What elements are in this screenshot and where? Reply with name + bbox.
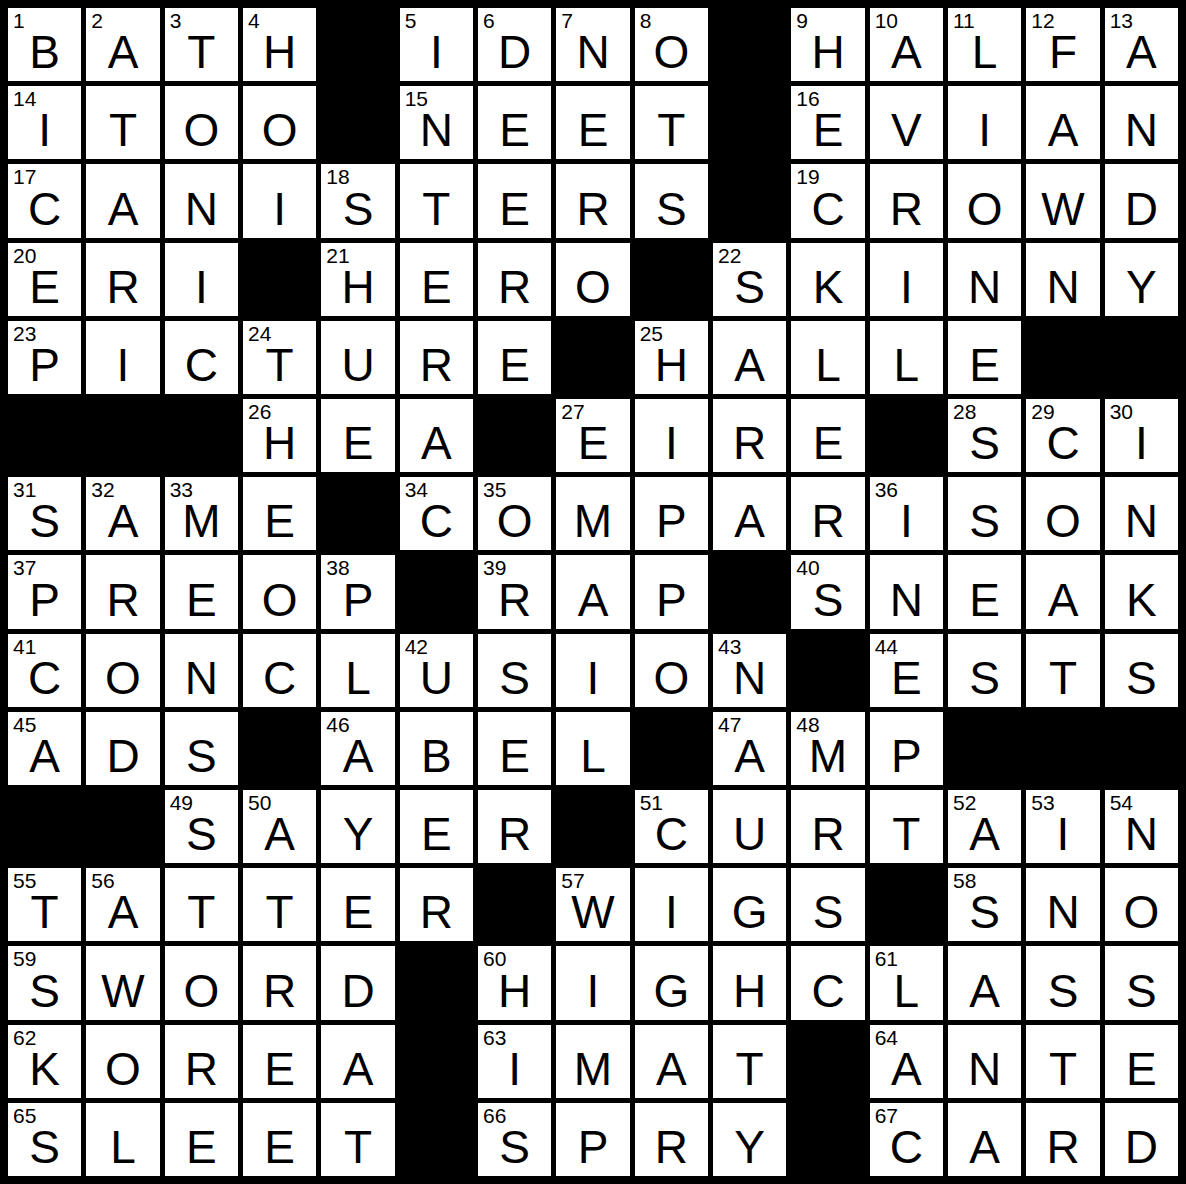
cell-r13c3[interactable]: O (165, 946, 238, 1019)
cell-r1c15[interactable]: 13A (1105, 8, 1178, 81)
cell-r15c5[interactable]: T (321, 1103, 394, 1176)
cell-r8c3[interactable]: E (165, 555, 238, 628)
cell-r4c2[interactable]: R (86, 243, 159, 316)
cell-r3c9[interactable]: S (635, 164, 708, 237)
cell-r11c14[interactable]: 53I (1026, 790, 1099, 863)
cell-r12c9[interactable]: I (635, 868, 708, 941)
black-cell-r10c14 (1026, 712, 1099, 785)
cell-r14c4[interactable]: E (243, 1025, 316, 1098)
cell-r12c4[interactable]: T (243, 868, 316, 941)
cell-r10c10[interactable]: 47A (713, 712, 786, 785)
cell-r12c6[interactable]: R (400, 868, 473, 941)
cell-r14c7[interactable]: 63I (478, 1025, 551, 1098)
cell-r9c10[interactable]: 43N (713, 634, 786, 707)
cell-letter: N (400, 107, 473, 153)
cell-letter: D (478, 29, 551, 75)
cell-letter: I (948, 107, 1021, 153)
cell-letter: F (1026, 29, 1099, 75)
cell-letter: S (948, 889, 1021, 935)
cell-letter: C (635, 811, 708, 857)
cell-r12c3[interactable]: T (165, 868, 238, 941)
cell-r10c5[interactable]: 46A (321, 712, 394, 785)
cell-r8c4[interactable]: O (243, 555, 316, 628)
cell-letter: L (870, 968, 943, 1014)
cell-r3c4[interactable]: I (243, 164, 316, 237)
cell-letter: O (165, 968, 238, 1014)
cell-r8c12[interactable]: N (870, 555, 943, 628)
cell-r6c4[interactable]: 26H (243, 399, 316, 472)
cell-r9c13[interactable]: S (948, 634, 1021, 707)
cell-r7c6[interactable]: 34C (400, 477, 473, 550)
black-cell-r6c3 (165, 399, 238, 472)
cell-r8c2[interactable]: R (86, 555, 159, 628)
cell-letter: I (556, 968, 629, 1014)
cell-letter: H (478, 968, 551, 1014)
cell-letter: E (478, 342, 551, 388)
cell-r14c9[interactable]: A (635, 1025, 708, 1098)
cell-letter: N (1105, 107, 1178, 153)
cell-letter: A (321, 733, 394, 779)
cell-r14c15[interactable]: E (1105, 1025, 1178, 1098)
cell-r7c13[interactable]: S (948, 477, 1021, 550)
cell-letter: L (321, 655, 394, 701)
cell-letter: L (86, 1124, 159, 1170)
cell-r14c5[interactable]: A (321, 1025, 394, 1098)
cell-r15c7[interactable]: 66S (478, 1103, 551, 1176)
cell-r13c9[interactable]: G (635, 946, 708, 1019)
cell-r12c2[interactable]: 56A (86, 868, 159, 941)
cell-r6c6[interactable]: A (400, 399, 473, 472)
cell-r3c8[interactable]: R (556, 164, 629, 237)
cell-letter: T (870, 811, 943, 857)
cell-r8c7[interactable]: 39R (478, 555, 551, 628)
cell-letter: A (1105, 29, 1178, 75)
black-cell-r12c12 (870, 868, 943, 941)
cell-r9c2[interactable]: O (86, 634, 159, 707)
cell-r14c14[interactable]: T (1026, 1025, 1099, 1098)
cell-r8c1[interactable]: 37P (8, 555, 81, 628)
cell-letter: I (635, 889, 708, 935)
cell-r10c1[interactable]: 45A (8, 712, 81, 785)
cell-r4c3[interactable]: I (165, 243, 238, 316)
cell-r9c3[interactable]: N (165, 634, 238, 707)
cell-r7c2[interactable]: 32A (86, 477, 159, 550)
cell-letter: R (1026, 1124, 1099, 1170)
cell-letter: E (948, 342, 1021, 388)
cell-r14c8[interactable]: M (556, 1025, 629, 1098)
cell-r10c11[interactable]: 48M (791, 712, 864, 785)
cell-r4c7[interactable]: R (478, 243, 551, 316)
cell-r7c4[interactable]: E (243, 477, 316, 550)
cell-r4c14[interactable]: N (1026, 243, 1099, 316)
cell-r15c4[interactable]: E (243, 1103, 316, 1176)
cell-letter: T (243, 342, 316, 388)
cell-r5c6[interactable]: R (400, 321, 473, 394)
black-cell-r10c15 (1105, 712, 1178, 785)
cell-r3c12[interactable]: R (870, 164, 943, 237)
cell-r14c13[interactable]: N (948, 1025, 1021, 1098)
cell-r9c8[interactable]: I (556, 634, 629, 707)
cell-r9c5[interactable]: L (321, 634, 394, 707)
cell-r12c13[interactable]: 58S (948, 868, 1021, 941)
cell-r5c3[interactable]: C (165, 321, 238, 394)
cell-letter: T (713, 1046, 786, 1092)
cell-r8c14[interactable]: A (1026, 555, 1099, 628)
cell-r1c3[interactable]: 3T (165, 8, 238, 81)
cell-letter: T (8, 889, 81, 935)
cell-letter: M (556, 498, 629, 544)
cell-r11c9[interactable]: 51C (635, 790, 708, 863)
cell-r3c3[interactable]: N (165, 164, 238, 237)
cell-r5c12[interactable]: L (870, 321, 943, 394)
cell-r12c14[interactable]: N (1026, 868, 1099, 941)
cell-r11c15[interactable]: 54N (1105, 790, 1178, 863)
cell-r11c11[interactable]: R (791, 790, 864, 863)
cell-r13c2[interactable]: W (86, 946, 159, 1019)
cell-r2c8[interactable]: E (556, 86, 629, 159)
cell-letter: P (8, 577, 81, 623)
cell-r9c9[interactable]: O (635, 634, 708, 707)
cell-letter: S (948, 420, 1021, 466)
cell-r15c13[interactable]: A (948, 1103, 1021, 1176)
cell-letter: E (321, 889, 394, 935)
cell-r2c15[interactable]: N (1105, 86, 1178, 159)
cell-letter: E (1105, 1046, 1178, 1092)
cell-r11c10[interactable]: U (713, 790, 786, 863)
cell-letter: O (635, 655, 708, 701)
cell-r5c1[interactable]: 23P (8, 321, 81, 394)
cell-letter: M (556, 1046, 629, 1092)
black-cell-r15c6 (400, 1103, 473, 1176)
black-cell-r8c6 (400, 555, 473, 628)
cell-r13c12[interactable]: 61L (870, 946, 943, 1019)
cell-r3c1[interactable]: 17C (8, 164, 81, 237)
cell-r3c7[interactable]: E (478, 164, 551, 237)
cell-r7c15[interactable]: N (1105, 477, 1178, 550)
cell-letter: E (400, 264, 473, 310)
cell-letter: S (948, 655, 1021, 701)
cell-letter: R (478, 577, 551, 623)
cell-r13c11[interactable]: C (791, 946, 864, 1019)
black-cell-r6c2 (86, 399, 159, 472)
cell-r8c13[interactable]: E (948, 555, 1021, 628)
cell-r7c1[interactable]: 31S (8, 477, 81, 550)
cell-r2c6[interactable]: 15N (400, 86, 473, 159)
cell-r7c11[interactable]: R (791, 477, 864, 550)
cell-r15c8[interactable]: P (556, 1103, 629, 1176)
cell-letter: S (791, 577, 864, 623)
cell-r8c8[interactable]: A (556, 555, 629, 628)
cell-r12c10[interactable]: G (713, 868, 786, 941)
cell-letter: C (165, 342, 238, 388)
cell-r12c11[interactable]: S (791, 868, 864, 941)
cell-letter: I (556, 655, 629, 701)
cell-letter: N (948, 1046, 1021, 1092)
cell-r11c5[interactable]: Y (321, 790, 394, 863)
cell-letter: T (165, 29, 238, 75)
cell-letter: L (870, 342, 943, 388)
cell-r14c2[interactable]: O (86, 1025, 159, 1098)
cell-r1c12[interactable]: 10A (870, 8, 943, 81)
cell-r2c14[interactable]: A (1026, 86, 1099, 159)
cell-r2c11[interactable]: 16E (791, 86, 864, 159)
cell-r14c10[interactable]: T (713, 1025, 786, 1098)
cell-r10c12[interactable]: P (870, 712, 943, 785)
cell-r7c10[interactable]: A (713, 477, 786, 550)
cell-r5c7[interactable]: E (478, 321, 551, 394)
cell-r10c3[interactable]: S (165, 712, 238, 785)
cell-letter: P (8, 342, 81, 388)
cell-r6c9[interactable]: I (635, 399, 708, 472)
cell-r3c13[interactable]: O (948, 164, 1021, 237)
cell-r11c12[interactable]: T (870, 790, 943, 863)
cell-r15c2[interactable]: L (86, 1103, 159, 1176)
cell-letter: R (791, 498, 864, 544)
cell-r1c1[interactable]: 1B (8, 8, 81, 81)
cell-r4c6[interactable]: E (400, 243, 473, 316)
cell-r1c6[interactable]: 5I (400, 8, 473, 81)
cell-r6c13[interactable]: 28S (948, 399, 1021, 472)
cell-r2c9[interactable]: T (635, 86, 708, 159)
cell-r4c12[interactable]: I (870, 243, 943, 316)
cell-r15c12[interactable]: 67C (870, 1103, 943, 1176)
cell-r7c3[interactable]: 33M (165, 477, 238, 550)
cell-letter: D (86, 733, 159, 779)
cell-r5c5[interactable]: U (321, 321, 394, 394)
cell-r8c5[interactable]: 38P (321, 555, 394, 628)
cell-letter: U (321, 342, 394, 388)
cell-r13c14[interactable]: S (1026, 946, 1099, 1019)
cell-r3c11[interactable]: 19C (791, 164, 864, 237)
cell-letter: Y (321, 811, 394, 857)
cell-r10c2[interactable]: D (86, 712, 159, 785)
cell-r4c10[interactable]: 22S (713, 243, 786, 316)
cell-r7c8[interactable]: M (556, 477, 629, 550)
cell-r6c10[interactable]: R (713, 399, 786, 472)
cell-r6c14[interactable]: 29C (1026, 399, 1099, 472)
black-cell-r6c7 (478, 399, 551, 472)
cell-r9c1[interactable]: 41C (8, 634, 81, 707)
cell-letter: W (86, 968, 159, 1014)
cell-r7c9[interactable]: P (635, 477, 708, 550)
cell-r5c4[interactable]: 24T (243, 321, 316, 394)
cell-letter: S (635, 186, 708, 232)
cell-r7c12[interactable]: 36I (870, 477, 943, 550)
cell-letter: C (400, 498, 473, 544)
cell-letter: L (556, 733, 629, 779)
cell-r11c7[interactable]: R (478, 790, 551, 863)
cell-r4c11[interactable]: K (791, 243, 864, 316)
cell-letter: V (870, 107, 943, 153)
cell-r6c5[interactable]: E (321, 399, 394, 472)
cell-r13c5[interactable]: D (321, 946, 394, 1019)
cell-r12c8[interactable]: 57W (556, 868, 629, 941)
cell-letter: E (321, 420, 394, 466)
cell-letter: A (556, 577, 629, 623)
cell-r11c13[interactable]: 52A (948, 790, 1021, 863)
cell-r13c13[interactable]: A (948, 946, 1021, 1019)
cell-r6c8[interactable]: 27E (556, 399, 629, 472)
cell-letter: P (870, 733, 943, 779)
cell-r13c8[interactable]: I (556, 946, 629, 1019)
cell-letter: A (948, 968, 1021, 1014)
cell-r13c10[interactable]: H (713, 946, 786, 1019)
cell-letter: B (400, 733, 473, 779)
cell-letter: S (713, 264, 786, 310)
cell-letter: E (948, 577, 1021, 623)
cell-letter: N (165, 186, 238, 232)
black-cell-r15c11 (791, 1103, 864, 1176)
cell-letter: A (948, 811, 1021, 857)
cell-r12c15[interactable]: O (1105, 868, 1178, 941)
cell-letter: S (478, 655, 551, 701)
cell-letter: E (791, 107, 864, 153)
cell-r2c1[interactable]: 14I (8, 86, 81, 159)
cell-r11c3[interactable]: 49S (165, 790, 238, 863)
black-cell-r5c15 (1105, 321, 1178, 394)
cell-r7c14[interactable]: O (1026, 477, 1099, 550)
cell-r15c1[interactable]: 65S (8, 1103, 81, 1176)
cell-r6c15[interactable]: 30I (1105, 399, 1178, 472)
cell-r9c4[interactable]: C (243, 634, 316, 707)
cell-r13c4[interactable]: R (243, 946, 316, 1019)
cell-r4c15[interactable]: Y (1105, 243, 1178, 316)
cell-r2c2[interactable]: T (86, 86, 159, 159)
cell-r11c4[interactable]: 50A (243, 790, 316, 863)
cell-r9c15[interactable]: S (1105, 634, 1178, 707)
cell-r2c12[interactable]: V (870, 86, 943, 159)
cell-r15c3[interactable]: E (165, 1103, 238, 1176)
cell-r5c13[interactable]: E (948, 321, 1021, 394)
cell-letter: N (1026, 264, 1099, 310)
black-cell-r4c9 (635, 243, 708, 316)
cell-r14c1[interactable]: 62K (8, 1025, 81, 1098)
cell-letter: T (243, 889, 316, 935)
cell-letter: A (1026, 577, 1099, 623)
cell-letter: A (86, 498, 159, 544)
cell-letter: W (1026, 186, 1099, 232)
cell-r4c13[interactable]: N (948, 243, 1021, 316)
cell-r9c6[interactable]: 42U (400, 634, 473, 707)
cell-letter: A (1026, 107, 1099, 153)
cell-r9c12[interactable]: 44E (870, 634, 943, 707)
cell-letter: A (713, 342, 786, 388)
cell-letter: E (556, 107, 629, 153)
cell-r1c2[interactable]: 2A (86, 8, 159, 81)
cell-r15c9[interactable]: R (635, 1103, 708, 1176)
cell-letter: C (791, 968, 864, 1014)
cell-r4c1[interactable]: 20E (8, 243, 81, 316)
cell-letter: R (478, 264, 551, 310)
cell-letter: E (243, 1046, 316, 1092)
cell-r8c15[interactable]: K (1105, 555, 1178, 628)
cell-letter: E (791, 420, 864, 466)
cell-r8c11[interactable]: 40S (791, 555, 864, 628)
cell-r2c7[interactable]: E (478, 86, 551, 159)
black-cell-r8c10 (713, 555, 786, 628)
cell-r8c9[interactable]: P (635, 555, 708, 628)
black-cell-r4c4 (243, 243, 316, 316)
cell-r4c5[interactable]: 21H (321, 243, 394, 316)
cell-r15c14[interactable]: R (1026, 1103, 1099, 1176)
cell-letter: N (165, 655, 238, 701)
cell-r15c10[interactable]: Y (713, 1103, 786, 1176)
cell-r14c3[interactable]: R (165, 1025, 238, 1098)
cell-r1c14[interactable]: 12F (1026, 8, 1099, 81)
cell-r5c9[interactable]: 25H (635, 321, 708, 394)
cell-r13c15[interactable]: S (1105, 946, 1178, 1019)
cell-letter: R (635, 1124, 708, 1170)
cell-r10c8[interactable]: L (556, 712, 629, 785)
cell-r2c13[interactable]: I (948, 86, 1021, 159)
cell-letter: M (165, 498, 238, 544)
cell-letter: I (86, 342, 159, 388)
cell-r11c6[interactable]: E (400, 790, 473, 863)
cell-letter: E (478, 107, 551, 153)
cell-r10c7[interactable]: E (478, 712, 551, 785)
cell-r1c13[interactable]: 11L (948, 8, 1021, 81)
cell-letter: A (400, 420, 473, 466)
cell-r10c6[interactable]: B (400, 712, 473, 785)
cell-r9c14[interactable]: T (1026, 634, 1099, 707)
cell-letter: R (86, 264, 159, 310)
cell-r5c2[interactable]: I (86, 321, 159, 394)
cell-letter: I (635, 420, 708, 466)
cell-r1c9[interactable]: 8O (635, 8, 708, 81)
cell-letter: N (1105, 811, 1178, 857)
cell-letter: K (1105, 577, 1178, 623)
cell-r12c1[interactable]: 55T (8, 868, 81, 941)
black-cell-r3c10 (713, 164, 786, 237)
cell-letter: A (8, 733, 81, 779)
cell-r3c2[interactable]: A (86, 164, 159, 237)
cell-letter: L (948, 29, 1021, 75)
cell-letter: I (165, 264, 238, 310)
cell-r7c7[interactable]: 35O (478, 477, 551, 550)
cell-letter: C (8, 186, 81, 232)
cell-r6c11[interactable]: E (791, 399, 864, 472)
cell-r3c5[interactable]: 18S (321, 164, 394, 237)
black-cell-r2c5 (321, 86, 394, 159)
cell-r5c10[interactable]: A (713, 321, 786, 394)
cell-r3c15[interactable]: D (1105, 164, 1178, 237)
cell-r13c7[interactable]: 60H (478, 946, 551, 1019)
cell-r13c1[interactable]: 59S (8, 946, 81, 1019)
cell-r1c7[interactable]: 6D (478, 8, 551, 81)
crossword-board: 1B2A3T4H5I6D7N8O9H10A11L12F13A14ITOO15NE… (0, 0, 1186, 1184)
cell-r2c4[interactable]: O (243, 86, 316, 159)
cell-r5c11[interactable]: L (791, 321, 864, 394)
cell-letter: T (1026, 655, 1099, 701)
cell-r4c8[interactable]: O (556, 243, 629, 316)
cell-r14c12[interactable]: 64A (870, 1025, 943, 1098)
cell-letter: Y (1105, 264, 1178, 310)
cell-letter: E (243, 1124, 316, 1170)
cell-r12c5[interactable]: E (321, 868, 394, 941)
cell-r3c14[interactable]: W (1026, 164, 1099, 237)
cell-letter: C (791, 186, 864, 232)
cell-r1c4[interactable]: 4H (243, 8, 316, 81)
cell-r15c15[interactable]: D (1105, 1103, 1178, 1176)
cell-r1c8[interactable]: 7N (556, 8, 629, 81)
cell-letter: O (1026, 498, 1099, 544)
cell-r2c3[interactable]: O (165, 86, 238, 159)
cell-letter: C (8, 655, 81, 701)
cell-letter: R (243, 968, 316, 1014)
cell-r9c7[interactable]: S (478, 634, 551, 707)
cell-r1c11[interactable]: 9H (791, 8, 864, 81)
cell-r3c6[interactable]: T (400, 164, 473, 237)
